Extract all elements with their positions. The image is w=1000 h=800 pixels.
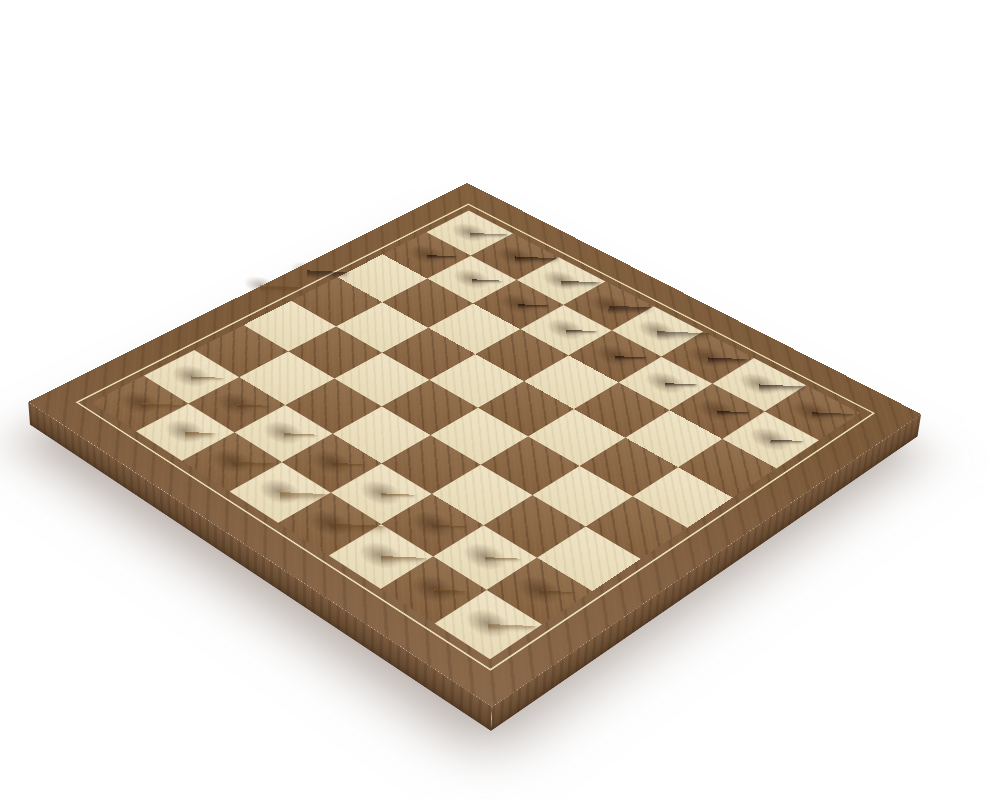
square-h1[interactable]: ♜ [435, 590, 542, 659]
product-photo-page: ♜♞♝♛♚♝♞♜♟♟♟♟♟♟♟♟♟♟♟♟♟♟♟♟♜♞♝♛♚♝♞♜ ♛♛ [0, 0, 1000, 800]
chessboard: ♜♞♝♛♚♝♞♜♟♟♟♟♟♟♟♟♟♟♟♟♟♟♟♟♜♞♝♛♚♝♞♜ ♛♛ [28, 183, 921, 707]
